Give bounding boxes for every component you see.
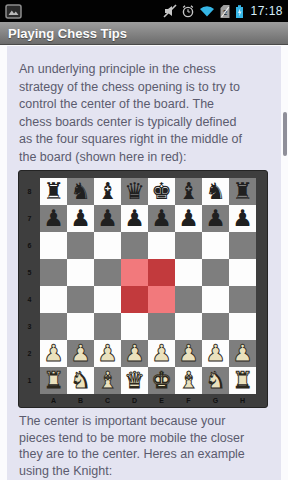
square-b4	[67, 286, 94, 313]
alarm-clock-icon	[181, 4, 195, 18]
status-time: 17:18	[250, 4, 283, 18]
square-h5	[229, 259, 256, 286]
square-f4	[175, 286, 202, 313]
white-pawn-e2: ♟	[151, 340, 172, 367]
square-a1: ♜	[40, 367, 67, 394]
square-d7: ♟	[121, 205, 148, 232]
square-e7: ♟	[148, 205, 175, 232]
black-bishop-c8: ♝	[97, 178, 118, 205]
rank-labels: 87654321	[19, 178, 40, 394]
file-label: G	[202, 394, 229, 407]
paragraph-line: as the four squares right in the middle …	[19, 131, 275, 149]
mute-icon	[163, 4, 177, 18]
black-pawn-f7: ♟	[178, 205, 199, 232]
white-rook-h1: ♜	[232, 367, 253, 394]
paragraph-line: the board (shown here in red):	[19, 149, 275, 167]
square-c3	[94, 313, 121, 340]
paragraph-line: using the Knight:	[19, 463, 275, 480]
square-h6	[229, 232, 256, 259]
black-pawn-g7: ♟	[205, 205, 226, 232]
square-c5	[94, 259, 121, 286]
square-f8: ♝	[175, 178, 202, 205]
square-h7: ♟	[229, 205, 256, 232]
paragraph-line: control the center of the board. The	[19, 96, 275, 114]
paragraph-line: An underlying principle in the chess	[19, 61, 275, 79]
app-title: Playing Chess Tips	[8, 26, 127, 41]
square-h2: ♟	[229, 340, 256, 367]
white-queen-d1: ♛	[124, 367, 145, 394]
white-pawn-g2: ♟	[205, 340, 226, 367]
scroll-content[interactable]: An underlying principle in the chessstra…	[7, 46, 281, 480]
rank-label: 1	[19, 367, 40, 394]
square-g4	[202, 286, 229, 313]
app-title-bar: Playing Chess Tips	[0, 22, 288, 45]
square-b1: ♞	[67, 367, 94, 394]
square-e6	[148, 232, 175, 259]
paragraph-intro: An underlying principle in the chessstra…	[19, 61, 275, 166]
black-pawn-b7: ♟	[70, 205, 91, 232]
paragraph-line: The center is important because your	[19, 413, 275, 430]
square-e4	[148, 286, 175, 313]
white-pawn-a2: ♟	[43, 340, 64, 367]
square-a6	[40, 232, 67, 259]
wifi-icon	[199, 4, 215, 18]
square-f3	[175, 313, 202, 340]
square-f1: ♝	[175, 367, 202, 394]
file-label: B	[67, 394, 94, 407]
paragraph-line: strategy of the chess opening is to try …	[19, 79, 275, 97]
white-pawn-c2: ♟	[97, 340, 118, 367]
white-bishop-c1: ♝	[97, 367, 118, 394]
white-rook-a1: ♜	[43, 367, 64, 394]
screenshot-notification-icon	[5, 4, 22, 19]
white-king-e1: ♚	[151, 367, 172, 394]
status-bar: 2 17:18	[0, 0, 288, 22]
square-g6	[202, 232, 229, 259]
square-a7: ♟	[40, 205, 67, 232]
square-a4	[40, 286, 67, 313]
square-c4	[94, 286, 121, 313]
file-label: H	[229, 394, 256, 407]
black-bishop-f8: ♝	[178, 178, 199, 205]
square-a5	[40, 259, 67, 286]
square-c7: ♟	[94, 205, 121, 232]
black-rook-a8: ♜	[43, 178, 64, 205]
white-pawn-f2: ♟	[178, 340, 199, 367]
square-g7: ♟	[202, 205, 229, 232]
square-b6	[67, 232, 94, 259]
square-f2: ♟	[175, 340, 202, 367]
rank-label: 8	[19, 178, 40, 205]
battery-charging-icon	[235, 4, 244, 19]
file-label: F	[175, 394, 202, 407]
rank-label: 2	[19, 340, 40, 367]
square-g8: ♞	[202, 178, 229, 205]
black-pawn-a7: ♟	[43, 205, 64, 232]
paragraph-center-importance: The center is important because yourpiec…	[19, 413, 275, 479]
white-pawn-d2: ♟	[124, 340, 145, 367]
rank-label: 3	[19, 313, 40, 340]
square-a2: ♟	[40, 340, 67, 367]
square-a3	[40, 313, 67, 340]
black-pawn-h7: ♟	[232, 205, 253, 232]
square-e8: ♚	[148, 178, 175, 205]
black-knight-g8: ♞	[205, 178, 226, 205]
square-d5	[121, 259, 148, 286]
paragraph-line: pieces tend to be more mobile the closer	[19, 430, 275, 447]
square-b8: ♞	[67, 178, 94, 205]
square-e5	[148, 259, 175, 286]
square-g2: ♟	[202, 340, 229, 367]
square-e3	[148, 313, 175, 340]
square-d8: ♛	[121, 178, 148, 205]
black-pawn-d7: ♟	[124, 205, 145, 232]
black-pawn-e7: ♟	[151, 205, 172, 232]
square-b3	[67, 313, 94, 340]
square-f5	[175, 259, 202, 286]
white-pawn-b2: ♟	[70, 340, 91, 367]
black-queen-d8: ♛	[124, 178, 145, 205]
black-pawn-c7: ♟	[97, 205, 118, 232]
black-king-e8: ♚	[151, 178, 172, 205]
square-h4	[229, 286, 256, 313]
square-f7: ♟	[175, 205, 202, 232]
square-c1: ♝	[94, 367, 121, 394]
paragraph-line: they are to the center. Heres an example	[19, 446, 275, 463]
white-pawn-h2: ♟	[232, 340, 253, 367]
scrollbar-thumb[interactable]	[283, 112, 287, 156]
square-e1: ♚	[148, 367, 175, 394]
square-c6	[94, 232, 121, 259]
board-squares: ♜♞♝♛♚♝♞♜♟♟♟♟♟♟♟♟♟♟♟♟♟♟♟♟♜♞♝♛♚♝♞♜	[40, 178, 256, 394]
file-label: E	[148, 394, 175, 407]
paragraph-line: chess boards center is typically defined	[19, 114, 275, 132]
rank-label: 4	[19, 286, 40, 313]
square-g3	[202, 313, 229, 340]
square-a8: ♜	[40, 178, 67, 205]
black-rook-h8: ♜	[232, 178, 253, 205]
square-h1: ♜	[229, 367, 256, 394]
square-d2: ♟	[121, 340, 148, 367]
square-d4	[121, 286, 148, 313]
square-b7: ♟	[67, 205, 94, 232]
square-h3	[229, 313, 256, 340]
file-label: A	[40, 394, 67, 407]
rank-label: 6	[19, 232, 40, 259]
chess-board: 87654321 ♜♞♝♛♚♝♞♜♟♟♟♟♟♟♟♟♟♟♟♟♟♟♟♟♜♞♝♛♚♝♞…	[18, 170, 268, 408]
square-e2: ♟	[148, 340, 175, 367]
square-g5	[202, 259, 229, 286]
file-label: D	[121, 394, 148, 407]
sim-card-2-icon: 2	[219, 4, 231, 19]
square-d1: ♛	[121, 367, 148, 394]
square-h8: ♜	[229, 178, 256, 205]
square-b5	[67, 259, 94, 286]
square-f6	[175, 232, 202, 259]
white-knight-g1: ♞	[205, 367, 226, 394]
file-label: C	[94, 394, 121, 407]
square-d3	[121, 313, 148, 340]
white-bishop-f1: ♝	[178, 367, 199, 394]
square-g1: ♞	[202, 367, 229, 394]
black-knight-b8: ♞	[70, 178, 91, 205]
rank-label: 5	[19, 259, 40, 286]
square-c8: ♝	[94, 178, 121, 205]
square-b2: ♟	[67, 340, 94, 367]
square-c2: ♟	[94, 340, 121, 367]
file-labels: ABCDEFGH	[40, 394, 256, 407]
rank-label: 7	[19, 205, 40, 232]
white-knight-b1: ♞	[70, 367, 91, 394]
square-d6	[121, 232, 148, 259]
android-screen: 2 17:18 Playing Chess Tips An underlying…	[0, 0, 288, 480]
